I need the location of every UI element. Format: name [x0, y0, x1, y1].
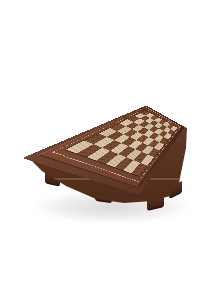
chessboard-photo	[0, 0, 200, 300]
